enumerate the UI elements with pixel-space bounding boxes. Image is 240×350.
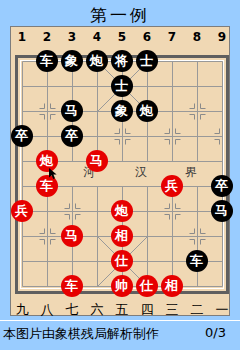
- piece-black-卒[interactable]: 卒: [211, 175, 233, 197]
- piece-red-炮[interactable]: 炮: [111, 200, 133, 222]
- step-counter: 0/3: [205, 325, 226, 340]
- piece-black-车[interactable]: 车: [186, 250, 208, 272]
- piece-red-相[interactable]: 相: [161, 275, 183, 297]
- board-panel: 123456789 河汉界 车象炮将士士马象炮卒卒炮马车兵卒兵炮马马相仕车车帅仕…: [10, 26, 230, 316]
- file-number-bottom-五: 五: [110, 301, 134, 319]
- piece-red-兵[interactable]: 兵: [11, 200, 33, 222]
- piece-black-将[interactable]: 将: [111, 50, 133, 72]
- piece-red-相[interactable]: 相: [111, 225, 133, 247]
- piece-black-马[interactable]: 马: [211, 200, 233, 222]
- piece-black-炮[interactable]: 炮: [86, 50, 108, 72]
- board-grid: 车象炮将士士马象炮卒卒炮马车兵卒兵炮马马相仕车车帅仕相: [9, 48, 234, 298]
- piece-black-炮[interactable]: 炮: [136, 100, 158, 122]
- mouse-cursor-icon: [49, 168, 61, 180]
- file-number-bottom-九: 九: [10, 301, 34, 319]
- file-number-top-7: 7: [160, 30, 184, 44]
- piece-red-仕[interactable]: 仕: [136, 275, 158, 297]
- file-number-bottom-一: 一: [210, 301, 234, 319]
- file-number-top-5: 5: [110, 30, 134, 44]
- piece-red-车[interactable]: 车: [61, 275, 83, 297]
- credit-caption: 本图片由象棋残局解析制作: [3, 325, 159, 343]
- footer-divider: [0, 320, 240, 321]
- file-number-top-3: 3: [60, 30, 84, 44]
- piece-red-马[interactable]: 马: [61, 225, 83, 247]
- file-number-top-4: 4: [85, 30, 109, 44]
- file-number-bottom-七: 七: [60, 301, 84, 319]
- piece-black-卒[interactable]: 卒: [61, 125, 83, 147]
- file-number-top-2: 2: [35, 30, 59, 44]
- piece-black-象[interactable]: 象: [111, 100, 133, 122]
- piece-red-兵[interactable]: 兵: [161, 175, 183, 197]
- piece-red-马[interactable]: 马: [86, 150, 108, 172]
- xiangqi-diagram-page: 第一例 123456789 河汉界 车象炮将士士马象炮卒卒炮马车兵卒兵炮马马相仕…: [0, 0, 240, 350]
- file-number-bottom-六: 六: [85, 301, 109, 319]
- piece-red-帅[interactable]: 帅: [111, 275, 133, 297]
- piece-black-士[interactable]: 士: [136, 50, 158, 72]
- piece-black-车[interactable]: 车: [36, 50, 58, 72]
- piece-black-象[interactable]: 象: [61, 50, 83, 72]
- piece-black-卒[interactable]: 卒: [11, 125, 33, 147]
- file-number-top-9: 9: [210, 30, 234, 44]
- piece-black-士[interactable]: 士: [111, 75, 133, 97]
- piece-black-马[interactable]: 马: [61, 100, 83, 122]
- file-number-bottom-三: 三: [160, 301, 184, 319]
- file-number-top-8: 8: [185, 30, 209, 44]
- file-number-bottom-二: 二: [185, 301, 209, 319]
- file-number-top-6: 6: [135, 30, 159, 44]
- file-number-top-1: 1: [10, 30, 34, 44]
- page-title: 第一例: [0, 4, 240, 27]
- file-number-bottom-八: 八: [35, 301, 59, 319]
- file-number-bottom-四: 四: [135, 301, 159, 319]
- piece-red-仕[interactable]: 仕: [111, 250, 133, 272]
